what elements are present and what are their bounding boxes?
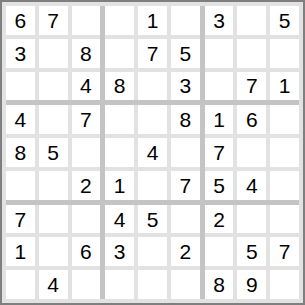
cell-r6c4[interactable]: 1 [105, 171, 134, 200]
cell-r7c5[interactable]: 5 [138, 205, 167, 234]
cell-r9c7[interactable]: 8 [205, 270, 234, 299]
sudoku-box-1: 67384 [6, 6, 100, 100]
cell-r8c1[interactable]: 1 [6, 237, 35, 266]
cell-r2c6[interactable]: 5 [171, 39, 200, 68]
sudoku-box-4: 47852 [6, 105, 100, 199]
cell-r4c2[interactable] [39, 105, 68, 134]
sudoku-box-6: 16754 [205, 105, 299, 199]
sudoku-box-3: 3571 [205, 6, 299, 100]
cell-r3c7[interactable] [205, 72, 234, 101]
cell-r5c7[interactable]: 7 [205, 138, 234, 167]
cell-r1c1[interactable]: 6 [6, 6, 35, 35]
cell-r8c3[interactable]: 6 [72, 237, 101, 266]
cell-r7c1[interactable]: 7 [6, 205, 35, 234]
sudoku-box-9: 25789 [205, 205, 299, 299]
sudoku-box-5: 8417 [105, 105, 199, 199]
cell-r2c4[interactable] [105, 39, 134, 68]
cell-r2c9[interactable] [270, 39, 299, 68]
cell-r9c4[interactable] [105, 270, 134, 299]
cell-r2c1[interactable]: 3 [6, 39, 35, 68]
cell-r8c6[interactable]: 2 [171, 237, 200, 266]
cell-r1c8[interactable] [237, 6, 266, 35]
sudoku-board: 6738417583357147852841716754716445322578… [0, 0, 305, 305]
cell-r2c8[interactable] [237, 39, 266, 68]
cell-r6c7[interactable]: 5 [205, 171, 234, 200]
cell-r7c8[interactable] [237, 205, 266, 234]
cell-r9c1[interactable] [6, 270, 35, 299]
cell-r5c5[interactable]: 4 [138, 138, 167, 167]
cell-r8c7[interactable] [205, 237, 234, 266]
cell-r4c9[interactable] [270, 105, 299, 134]
cell-r8c2[interactable] [39, 237, 68, 266]
cell-r3c3[interactable]: 4 [72, 72, 101, 101]
cell-r5c2[interactable]: 5 [39, 138, 68, 167]
cell-r4c1[interactable]: 4 [6, 105, 35, 134]
sudoku-box-2: 17583 [105, 6, 199, 100]
cell-r1c5[interactable]: 1 [138, 6, 167, 35]
cell-r1c3[interactable] [72, 6, 101, 35]
cell-r5c9[interactable] [270, 138, 299, 167]
cell-r7c7[interactable]: 2 [205, 205, 234, 234]
cell-r8c4[interactable]: 3 [105, 237, 134, 266]
cell-r8c9[interactable]: 7 [270, 237, 299, 266]
cell-r6c1[interactable] [6, 171, 35, 200]
cell-r6c8[interactable]: 4 [237, 171, 266, 200]
cell-r9c6[interactable] [171, 270, 200, 299]
cell-r6c5[interactable] [138, 171, 167, 200]
cell-r5c4[interactable] [105, 138, 134, 167]
cell-r7c4[interactable]: 4 [105, 205, 134, 234]
cell-r1c2[interactable]: 7 [39, 6, 68, 35]
cell-r1c9[interactable]: 5 [270, 6, 299, 35]
cell-r4c6[interactable]: 8 [171, 105, 200, 134]
cell-r4c4[interactable] [105, 105, 134, 134]
cell-r7c3[interactable] [72, 205, 101, 234]
cell-r4c8[interactable]: 6 [237, 105, 266, 134]
cell-r9c3[interactable] [72, 270, 101, 299]
cell-r3c5[interactable] [138, 72, 167, 101]
cell-r6c2[interactable] [39, 171, 68, 200]
cell-r2c5[interactable]: 7 [138, 39, 167, 68]
cell-r3c9[interactable]: 1 [270, 72, 299, 101]
cell-r4c3[interactable]: 7 [72, 105, 101, 134]
cell-r9c5[interactable] [138, 270, 167, 299]
cell-r3c6[interactable]: 3 [171, 72, 200, 101]
cell-r9c8[interactable]: 9 [237, 270, 266, 299]
cell-r3c4[interactable]: 8 [105, 72, 134, 101]
cell-r5c6[interactable] [171, 138, 200, 167]
cell-r5c3[interactable] [72, 138, 101, 167]
cell-r1c6[interactable] [171, 6, 200, 35]
cell-r3c8[interactable]: 7 [237, 72, 266, 101]
cell-r2c7[interactable] [205, 39, 234, 68]
cell-r6c3[interactable]: 2 [72, 171, 101, 200]
cell-r4c7[interactable]: 1 [205, 105, 234, 134]
cell-r7c9[interactable] [270, 205, 299, 234]
cell-r6c6[interactable]: 7 [171, 171, 200, 200]
cell-r1c4[interactable] [105, 6, 134, 35]
cell-r7c6[interactable] [171, 205, 200, 234]
cell-r3c1[interactable] [6, 72, 35, 101]
sudoku-box-8: 4532 [105, 205, 199, 299]
cell-r7c2[interactable] [39, 205, 68, 234]
sudoku-box-7: 7164 [6, 205, 100, 299]
cell-r5c1[interactable]: 8 [6, 138, 35, 167]
cell-r2c2[interactable] [39, 39, 68, 68]
cell-r4c5[interactable] [138, 105, 167, 134]
cell-r1c7[interactable]: 3 [205, 6, 234, 35]
cell-r9c2[interactable]: 4 [39, 270, 68, 299]
cell-r5c8[interactable] [237, 138, 266, 167]
cell-r8c5[interactable] [138, 237, 167, 266]
cell-r2c3[interactable]: 8 [72, 39, 101, 68]
cell-r6c9[interactable] [270, 171, 299, 200]
cell-r8c8[interactable]: 5 [237, 237, 266, 266]
cell-r9c9[interactable] [270, 270, 299, 299]
cell-r3c2[interactable] [39, 72, 68, 101]
sudoku-grid: 6738417583357147852841716754716445322578… [6, 6, 299, 299]
